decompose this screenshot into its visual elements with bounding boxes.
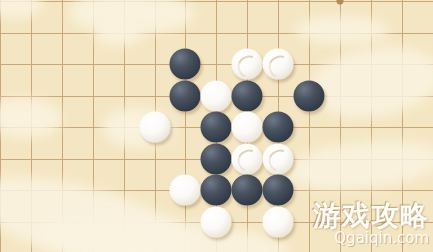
paper-smudge (307, 37, 433, 127)
black-stone (201, 112, 232, 143)
white-stone (263, 143, 294, 174)
star-point (336, 0, 343, 5)
paper-smudge (95, 24, 143, 46)
white-stone (263, 49, 294, 80)
paper-smudge (295, 16, 390, 44)
white-stone (201, 206, 232, 237)
grid-vline (185, 0, 186, 252)
stone-texture-swirl (265, 51, 295, 81)
stone-texture-swirl (234, 146, 264, 176)
black-stone (263, 175, 294, 206)
grid-hline (0, 1, 433, 2)
black-stone (170, 80, 201, 111)
paper-smudge (0, 0, 43, 18)
white-stone (201, 80, 232, 111)
white-stone (263, 206, 294, 237)
white-stone (232, 49, 263, 80)
black-stone (294, 80, 325, 111)
black-stone (201, 143, 232, 174)
white-stone (232, 112, 263, 143)
gomoku-board[interactable]: 游戏攻略 Qgaiqin.com (0, 0, 433, 252)
white-stone (170, 175, 201, 206)
stone-texture-swirl (234, 51, 264, 81)
black-stone (232, 175, 263, 206)
black-stone (232, 80, 263, 111)
paper-smudge (0, 98, 62, 138)
white-stone (232, 143, 263, 174)
black-stone (170, 49, 201, 80)
black-stone (263, 112, 294, 143)
white-stone (139, 112, 170, 143)
black-stone (201, 175, 232, 206)
grid-vline (402, 0, 403, 252)
